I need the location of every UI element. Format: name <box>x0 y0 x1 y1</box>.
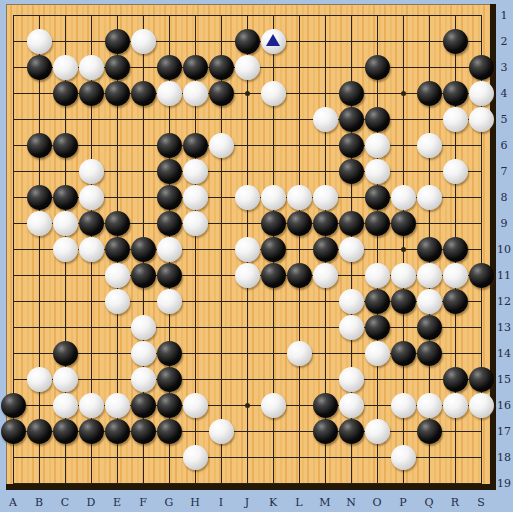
white-stone-R7 <box>443 159 468 184</box>
white-stone-G12 <box>157 289 182 314</box>
black-stone-D4 <box>79 81 104 106</box>
column-label-L: L <box>295 497 302 508</box>
white-stone-B9 <box>27 211 52 236</box>
white-stone-S5 <box>469 107 494 132</box>
white-stone-E12 <box>105 289 130 314</box>
row-label-4: 4 <box>501 88 508 99</box>
black-stone-H3 <box>183 55 208 80</box>
star-point <box>401 91 406 96</box>
white-stone-G10 <box>157 237 182 262</box>
star-point <box>401 247 406 252</box>
column-label-N: N <box>346 497 356 508</box>
white-stone-D8 <box>79 185 104 210</box>
black-stone-O9 <box>365 211 390 236</box>
white-stone-F15 <box>131 367 156 392</box>
black-stone-O13 <box>365 315 390 340</box>
black-stone-Q4 <box>417 81 442 106</box>
star-point <box>245 91 250 96</box>
black-stone-L9 <box>287 211 312 236</box>
white-stone-J3 <box>235 55 260 80</box>
black-stone-R12 <box>443 289 468 314</box>
white-stone-P11 <box>391 263 416 288</box>
white-stone-L14 <box>287 341 312 366</box>
white-stone-D7 <box>79 159 104 184</box>
black-stone-O8 <box>365 185 390 210</box>
column-label-A: A <box>9 497 17 508</box>
white-stone-J10 <box>235 237 260 262</box>
black-stone-G8 <box>157 185 182 210</box>
black-stone-A16 <box>1 393 26 418</box>
white-stone-O6 <box>365 133 390 158</box>
column-label-J: J <box>245 497 249 508</box>
black-stone-M10 <box>313 237 338 262</box>
white-stone-E11 <box>105 263 130 288</box>
black-stone-E17 <box>105 419 130 444</box>
black-stone-F16 <box>131 393 156 418</box>
black-stone-O3 <box>365 55 390 80</box>
column-label-G: G <box>165 497 174 508</box>
black-stone-I4 <box>209 81 234 106</box>
black-stone-S3 <box>469 55 494 80</box>
black-stone-N4 <box>339 81 364 106</box>
white-stone-J8 <box>235 185 260 210</box>
white-stone-K8 <box>261 185 286 210</box>
star-point <box>245 403 250 408</box>
white-stone-O17 <box>365 419 390 444</box>
black-stone-A17 <box>1 419 26 444</box>
black-stone-M17 <box>313 419 338 444</box>
white-stone-Q8 <box>417 185 442 210</box>
column-label-C: C <box>61 497 69 508</box>
black-stone-F4 <box>131 81 156 106</box>
black-stone-C6 <box>53 133 78 158</box>
board-edge-shadow-right <box>490 4 496 490</box>
column-label-B: B <box>35 497 43 508</box>
row-label-9: 9 <box>501 218 508 229</box>
black-stone-G3 <box>157 55 182 80</box>
row-label-15: 15 <box>497 374 511 385</box>
white-stone-H18 <box>183 445 208 470</box>
black-stone-N5 <box>339 107 364 132</box>
black-stone-K10 <box>261 237 286 262</box>
white-stone-P16 <box>391 393 416 418</box>
black-stone-C8 <box>53 185 78 210</box>
black-stone-N7 <box>339 159 364 184</box>
white-stone-P18 <box>391 445 416 470</box>
black-stone-R10 <box>443 237 468 262</box>
white-stone-H16 <box>183 393 208 418</box>
white-stone-K16 <box>261 393 286 418</box>
board-edge-shadow-bottom <box>6 484 496 490</box>
white-stone-N12 <box>339 289 364 314</box>
white-stone-F13 <box>131 315 156 340</box>
white-stone-H9 <box>183 211 208 236</box>
black-stone-S15 <box>469 367 494 392</box>
row-label-16: 16 <box>497 400 511 411</box>
column-label-K: K <box>269 497 277 508</box>
white-stone-C16 <box>53 393 78 418</box>
column-label-H: H <box>190 497 200 508</box>
black-stone-N9 <box>339 211 364 236</box>
white-stone-J11 <box>235 263 260 288</box>
white-stone-N15 <box>339 367 364 392</box>
row-label-13: 13 <box>497 322 511 333</box>
white-stone-N13 <box>339 315 364 340</box>
white-stone-S16 <box>469 393 494 418</box>
white-stone-I6 <box>209 133 234 158</box>
black-stone-B3 <box>27 55 52 80</box>
row-label-7: 7 <box>501 166 508 177</box>
row-label-10: 10 <box>497 244 511 255</box>
black-stone-R2 <box>443 29 468 54</box>
row-label-2: 2 <box>501 36 508 47</box>
black-stone-Q14 <box>417 341 442 366</box>
black-stone-G15 <box>157 367 182 392</box>
column-label-I: I <box>219 497 223 508</box>
black-stone-E4 <box>105 81 130 106</box>
white-stone-C15 <box>53 367 78 392</box>
black-stone-D17 <box>79 419 104 444</box>
row-label-19: 19 <box>497 478 511 489</box>
black-stone-G17 <box>157 419 182 444</box>
black-stone-B17 <box>27 419 52 444</box>
white-stone-Q12 <box>417 289 442 314</box>
black-stone-G6 <box>157 133 182 158</box>
black-stone-D9 <box>79 211 104 236</box>
black-stone-Q13 <box>417 315 442 340</box>
black-stone-L11 <box>287 263 312 288</box>
white-stone-I17 <box>209 419 234 444</box>
column-label-F: F <box>139 497 147 508</box>
row-label-8: 8 <box>501 192 508 203</box>
white-stone-M8 <box>313 185 338 210</box>
black-stone-R4 <box>443 81 468 106</box>
white-stone-M5 <box>313 107 338 132</box>
grid-line-horizontal <box>13 379 482 380</box>
go-game-screen: ABCDEFGHIJKLMNOPQRS 12345678910111213141… <box>0 0 513 512</box>
black-stone-G14 <box>157 341 182 366</box>
black-stone-C14 <box>53 341 78 366</box>
black-stone-H6 <box>183 133 208 158</box>
white-stone-D3 <box>79 55 104 80</box>
white-stone-N10 <box>339 237 364 262</box>
black-stone-C17 <box>53 419 78 444</box>
white-stone-L8 <box>287 185 312 210</box>
row-label-17: 17 <box>497 426 511 437</box>
white-stone-Q6 <box>417 133 442 158</box>
column-label-R: R <box>451 497 459 508</box>
white-stone-C10 <box>53 237 78 262</box>
black-stone-M16 <box>313 393 338 418</box>
black-stone-K11 <box>261 263 286 288</box>
white-stone-D10 <box>79 237 104 262</box>
black-stone-P12 <box>391 289 416 314</box>
white-stone-C9 <box>53 211 78 236</box>
white-stone-O11 <box>365 263 390 288</box>
black-stone-F17 <box>131 419 156 444</box>
black-stone-G9 <box>157 211 182 236</box>
row-label-11: 11 <box>497 270 511 281</box>
white-stone-K2 <box>261 29 286 54</box>
row-label-6: 6 <box>501 140 508 151</box>
black-stone-S11 <box>469 263 494 288</box>
black-stone-E9 <box>105 211 130 236</box>
column-label-P: P <box>399 497 406 508</box>
white-stone-H8 <box>183 185 208 210</box>
white-stone-P8 <box>391 185 416 210</box>
grid-line-horizontal <box>13 483 482 484</box>
black-stone-K9 <box>261 211 286 236</box>
white-stone-B2 <box>27 29 52 54</box>
black-stone-Q17 <box>417 419 442 444</box>
grid-line-vertical <box>299 15 300 484</box>
white-stone-G4 <box>157 81 182 106</box>
black-stone-C4 <box>53 81 78 106</box>
row-label-14: 14 <box>497 348 511 359</box>
black-stone-I3 <box>209 55 234 80</box>
black-stone-G11 <box>157 263 182 288</box>
grid-line-vertical <box>377 15 378 484</box>
black-stone-J2 <box>235 29 260 54</box>
black-stone-O12 <box>365 289 390 314</box>
white-stone-E16 <box>105 393 130 418</box>
row-label-18: 18 <box>497 452 511 463</box>
white-stone-D16 <box>79 393 104 418</box>
white-stone-M11 <box>313 263 338 288</box>
white-stone-R11 <box>443 263 468 288</box>
black-stone-B8 <box>27 185 52 210</box>
white-stone-Q11 <box>417 263 442 288</box>
white-stone-R16 <box>443 393 468 418</box>
black-stone-E2 <box>105 29 130 54</box>
column-label-O: O <box>372 497 381 508</box>
white-stone-F14 <box>131 341 156 366</box>
black-stone-B6 <box>27 133 52 158</box>
white-stone-K4 <box>261 81 286 106</box>
black-stone-Q10 <box>417 237 442 262</box>
column-label-M: M <box>319 497 330 508</box>
row-label-1: 1 <box>501 10 508 21</box>
black-stone-G7 <box>157 159 182 184</box>
column-label-D: D <box>87 497 96 508</box>
white-stone-F2 <box>131 29 156 54</box>
white-stone-H7 <box>183 159 208 184</box>
black-stone-E3 <box>105 55 130 80</box>
white-stone-O7 <box>365 159 390 184</box>
white-stone-R5 <box>443 107 468 132</box>
black-stone-N17 <box>339 419 364 444</box>
black-stone-P14 <box>391 341 416 366</box>
black-stone-G16 <box>157 393 182 418</box>
black-stone-P9 <box>391 211 416 236</box>
white-stone-O14 <box>365 341 390 366</box>
column-label-S: S <box>477 497 485 508</box>
row-label-3: 3 <box>501 62 508 73</box>
grid-line-horizontal <box>13 327 482 328</box>
row-label-5: 5 <box>501 114 508 125</box>
black-stone-R15 <box>443 367 468 392</box>
black-stone-F11 <box>131 263 156 288</box>
white-stone-B15 <box>27 367 52 392</box>
black-stone-M9 <box>313 211 338 236</box>
black-stone-F10 <box>131 237 156 262</box>
white-stone-N16 <box>339 393 364 418</box>
white-stone-C3 <box>53 55 78 80</box>
black-stone-E10 <box>105 237 130 262</box>
last-move-triangle-marker <box>266 34 280 46</box>
white-stone-Q16 <box>417 393 442 418</box>
column-label-E: E <box>113 497 121 508</box>
column-label-Q: Q <box>424 497 433 508</box>
white-stone-H4 <box>183 81 208 106</box>
black-stone-O5 <box>365 107 390 132</box>
black-stone-N6 <box>339 133 364 158</box>
row-label-12: 12 <box>497 296 511 307</box>
white-stone-S4 <box>469 81 494 106</box>
